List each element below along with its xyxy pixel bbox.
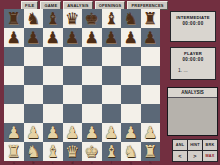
black-king: ♚	[85, 9, 99, 28]
button-back-arrow[interactable]: <	[173, 151, 187, 161]
computer-clock-box: INTERMEDIATE 00:00:00	[170, 11, 216, 42]
black-knight: ♞	[124, 9, 138, 28]
square-c5[interactable]	[43, 66, 63, 85]
black-bishop: ♝	[104, 9, 118, 28]
computer-level-label: INTERMEDIATE	[171, 15, 215, 20]
square-g5[interactable]	[121, 66, 141, 85]
white-queen: ♛	[65, 142, 79, 161]
square-b1[interactable]: ♞	[24, 142, 44, 161]
player-label: PLAYER	[171, 51, 215, 56]
square-a3[interactable]	[4, 104, 24, 123]
square-d5[interactable]	[63, 66, 83, 85]
square-e5[interactable]	[82, 66, 102, 85]
white-rook: ♜	[143, 142, 157, 161]
square-b3[interactable]	[24, 104, 44, 123]
black-pawn: ♟	[124, 28, 138, 47]
square-f8[interactable]: ♝	[102, 9, 122, 28]
square-e3[interactable]	[82, 104, 102, 123]
white-bishop: ♝	[46, 142, 60, 161]
square-d1[interactable]: ♛	[63, 142, 83, 161]
square-h8[interactable]: ♜	[141, 9, 161, 28]
white-pawn: ♟	[46, 123, 60, 142]
square-a6[interactable]	[4, 47, 24, 66]
square-e2[interactable]: ♟	[82, 123, 102, 142]
black-queen: ♛	[65, 9, 79, 28]
square-g7[interactable]: ♟	[121, 28, 141, 47]
black-pawn: ♟	[104, 28, 118, 47]
white-pawn: ♟	[26, 123, 40, 142]
file-coordinate-labels: abcdefgh	[4, 161, 160, 165]
button-brk[interactable]: BRK	[203, 140, 217, 150]
button-anl[interactable]: ANL	[173, 140, 187, 150]
black-bishop: ♝	[46, 9, 60, 28]
square-f4[interactable]	[102, 85, 122, 104]
square-c3[interactable]	[43, 104, 63, 123]
player-clock-time: 00:00:00	[171, 57, 215, 62]
square-a5[interactable]	[4, 66, 24, 85]
black-knight: ♞	[26, 9, 40, 28]
square-h4[interactable]	[141, 85, 161, 104]
square-d3[interactable]	[63, 104, 83, 123]
black-rook: ♜	[7, 9, 21, 28]
file-label-d: d	[63, 161, 83, 165]
square-b5[interactable]	[24, 66, 44, 85]
analysis-window: ANALYSIS	[167, 87, 218, 136]
player-clock-box: PLAYER 00:00:00 1. ...	[170, 47, 216, 80]
square-c7[interactable]: ♟	[43, 28, 63, 47]
white-pawn: ♟	[65, 123, 79, 142]
square-h6[interactable]	[141, 47, 161, 66]
chess-app-window: FILEGAMEANALYSISOPENINGSPREFERENCES ♜♞♝♛…	[0, 0, 220, 165]
square-c8[interactable]: ♝	[43, 9, 63, 28]
square-c2[interactable]: ♟	[43, 123, 63, 142]
square-a7[interactable]: ♟	[4, 28, 24, 47]
square-h1[interactable]: ♜	[141, 142, 161, 161]
square-e7[interactable]: ♟	[82, 28, 102, 47]
button-hint[interactable]: HINT	[188, 140, 202, 150]
square-d6[interactable]	[63, 47, 83, 66]
file-label-c: c	[43, 161, 63, 165]
square-b4[interactable]	[24, 85, 44, 104]
square-f3[interactable]	[102, 104, 122, 123]
square-h3[interactable]	[141, 104, 161, 123]
square-d4[interactable]	[63, 85, 83, 104]
white-pawn: ♟	[104, 123, 118, 142]
square-d7[interactable]: ♟	[63, 28, 83, 47]
move-indicator: 1. ...	[178, 68, 215, 73]
black-pawn: ♟	[46, 28, 60, 47]
square-b8[interactable]: ♞	[24, 9, 44, 28]
square-h5[interactable]	[141, 66, 161, 85]
file-label-f: f	[102, 161, 122, 165]
square-g6[interactable]	[121, 47, 141, 66]
black-pawn: ♟	[65, 28, 79, 47]
square-f7[interactable]: ♟	[102, 28, 122, 47]
square-g4[interactable]	[121, 85, 141, 104]
chess-board: ♜♞♝♛♚♝♞♜♟♟♟♟♟♟♟♟♟♟♟♟♟♟♟♟♜♞♝♛♚♝♞♜	[4, 9, 160, 161]
square-g3[interactable]	[121, 104, 141, 123]
analysis-title: ANALYSIS	[168, 88, 217, 98]
white-pawn: ♟	[124, 123, 138, 142]
square-a4[interactable]	[4, 85, 24, 104]
file-label-g: g	[121, 161, 141, 165]
white-pawn: ♟	[143, 123, 157, 142]
white-pawn: ♟	[7, 123, 21, 142]
button-forward-arrow[interactable]: >	[188, 151, 202, 161]
square-g8[interactable]: ♞	[121, 9, 141, 28]
white-knight: ♞	[124, 142, 138, 161]
square-f6[interactable]	[102, 47, 122, 66]
square-a1[interactable]: ♜	[4, 142, 24, 161]
computer-clock-time: 00:00:00	[171, 21, 215, 26]
file-label-h: h	[141, 161, 161, 165]
square-c6[interactable]	[43, 47, 63, 66]
square-b6[interactable]	[24, 47, 44, 66]
square-c4[interactable]	[43, 85, 63, 104]
square-c1[interactable]: ♝	[43, 142, 63, 161]
square-g1[interactable]: ♞	[121, 142, 141, 161]
white-rook: ♜	[7, 142, 21, 161]
file-label-e: e	[82, 161, 102, 165]
analysis-output-area	[168, 98, 217, 134]
file-label-b: b	[24, 161, 44, 165]
button-max[interactable]: MAX	[203, 151, 217, 161]
square-h2[interactable]: ♟	[141, 123, 161, 142]
control-button-grid: ANLHINTBRK<>MAX	[172, 139, 218, 162]
black-pawn: ♟	[143, 28, 157, 47]
square-b7[interactable]: ♟	[24, 28, 44, 47]
square-d8[interactable]: ♛	[63, 9, 83, 28]
square-f5[interactable]	[102, 66, 122, 85]
white-king: ♚	[85, 142, 99, 161]
square-e1[interactable]: ♚	[82, 142, 102, 161]
square-f1[interactable]: ♝	[102, 142, 122, 161]
square-e8[interactable]: ♚	[82, 9, 102, 28]
square-g2[interactable]: ♟	[121, 123, 141, 142]
square-e4[interactable]	[82, 85, 102, 104]
square-a2[interactable]: ♟	[4, 123, 24, 142]
black-pawn: ♟	[26, 28, 40, 47]
white-pawn: ♟	[85, 123, 99, 142]
square-h7[interactable]: ♟	[141, 28, 161, 47]
square-f2[interactable]: ♟	[102, 123, 122, 142]
file-label-a: a	[4, 161, 24, 165]
square-d2[interactable]: ♟	[63, 123, 83, 142]
white-bishop: ♝	[104, 142, 118, 161]
square-b2[interactable]: ♟	[24, 123, 44, 142]
white-knight: ♞	[26, 142, 40, 161]
black-pawn: ♟	[85, 28, 99, 47]
black-pawn: ♟	[7, 28, 21, 47]
square-a8[interactable]: ♜	[4, 9, 24, 28]
black-rook: ♜	[143, 9, 157, 28]
square-e6[interactable]	[82, 47, 102, 66]
